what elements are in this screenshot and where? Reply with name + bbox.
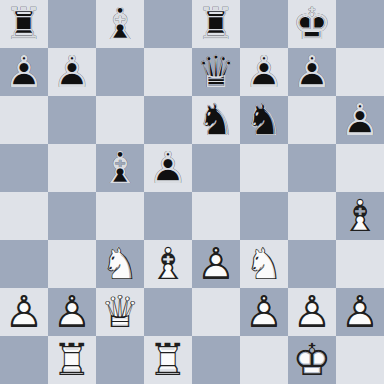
square-d3[interactable]: ♝♗ [144, 240, 192, 288]
knight-glyph-fill: ♞ [96, 240, 144, 288]
square-b6[interactable] [48, 96, 96, 144]
piece-white-king[interactable]: ♚♔ [288, 336, 336, 384]
pawn-glyph-outline: ♙ [0, 48, 48, 96]
square-h8[interactable] [336, 0, 384, 48]
bishop-glyph-fill: ♝ [144, 240, 192, 288]
chess-board: ♜♖♝♗♜♖♚♔♟♙♟♙♛♕♟♙♟♙♞♘♞♘♟♙♝♗♟♙♝♗♞♘♝♗♟♙♞♘♟♙… [0, 0, 384, 384]
pawn-glyph-outline: ♙ [288, 48, 336, 96]
pawn-glyph-fill: ♟ [288, 48, 336, 96]
square-h2[interactable]: ♟♙ [336, 288, 384, 336]
king-glyph-outline: ♔ [288, 0, 336, 48]
bishop-glyph-outline: ♗ [144, 240, 192, 288]
square-c7[interactable] [96, 48, 144, 96]
square-a4[interactable] [0, 192, 48, 240]
square-b1[interactable]: ♜♖ [48, 336, 96, 384]
square-f7[interactable]: ♟♙ [240, 48, 288, 96]
pawn-glyph-outline: ♙ [192, 240, 240, 288]
pawn-glyph-fill: ♟ [144, 144, 192, 192]
pawn-glyph-outline: ♙ [144, 144, 192, 192]
square-d7[interactable] [144, 48, 192, 96]
piece-black-king[interactable]: ♚♔ [288, 0, 336, 48]
pawn-glyph-fill: ♟ [48, 288, 96, 336]
square-c4[interactable] [96, 192, 144, 240]
square-f2[interactable]: ♟♙ [240, 288, 288, 336]
square-e8[interactable]: ♜♖ [192, 0, 240, 48]
square-d4[interactable] [144, 192, 192, 240]
square-h7[interactable] [336, 48, 384, 96]
square-b4[interactable] [48, 192, 96, 240]
square-f8[interactable] [240, 0, 288, 48]
square-d8[interactable] [144, 0, 192, 48]
piece-white-pawn[interactable]: ♟♙ [0, 288, 48, 336]
rook-glyph-fill: ♜ [144, 336, 192, 384]
square-c1[interactable] [96, 336, 144, 384]
square-d2[interactable] [144, 288, 192, 336]
pawn-glyph-fill: ♟ [48, 48, 96, 96]
square-b3[interactable] [48, 240, 96, 288]
square-e1[interactable] [192, 336, 240, 384]
pawn-glyph-fill: ♟ [240, 48, 288, 96]
bishop-glyph-fill: ♝ [336, 192, 384, 240]
piece-white-rook[interactable]: ♜♖ [144, 336, 192, 384]
square-c5[interactable]: ♝♗ [96, 144, 144, 192]
king-glyph-fill: ♚ [288, 0, 336, 48]
piece-black-rook[interactable]: ♜♖ [192, 0, 240, 48]
piece-white-pawn[interactable]: ♟♙ [192, 240, 240, 288]
square-g5[interactable] [288, 144, 336, 192]
pawn-glyph-outline: ♙ [240, 288, 288, 336]
square-h5[interactable] [336, 144, 384, 192]
square-a6[interactable] [0, 96, 48, 144]
piece-black-pawn[interactable]: ♟♙ [288, 48, 336, 96]
piece-black-pawn[interactable]: ♟♙ [48, 48, 96, 96]
square-d1[interactable]: ♜♖ [144, 336, 192, 384]
square-b8[interactable] [48, 0, 96, 48]
square-g7[interactable]: ♟♙ [288, 48, 336, 96]
piece-black-knight[interactable]: ♞♘ [192, 96, 240, 144]
square-c2[interactable]: ♛♕ [96, 288, 144, 336]
piece-white-rook[interactable]: ♜♖ [48, 336, 96, 384]
pawn-glyph-outline: ♙ [336, 96, 384, 144]
square-h4[interactable]: ♝♗ [336, 192, 384, 240]
pawn-glyph-outline: ♙ [48, 48, 96, 96]
knight-glyph-fill: ♞ [240, 240, 288, 288]
pawn-glyph-outline: ♙ [0, 288, 48, 336]
piece-black-pawn[interactable]: ♟♙ [0, 48, 48, 96]
square-a8[interactable]: ♜♖ [0, 0, 48, 48]
square-a2[interactable]: ♟♙ [0, 288, 48, 336]
square-e3[interactable]: ♟♙ [192, 240, 240, 288]
square-e4[interactable] [192, 192, 240, 240]
knight-glyph-outline: ♘ [240, 96, 288, 144]
piece-black-pawn[interactable]: ♟♙ [144, 144, 192, 192]
queen-glyph-outline: ♕ [192, 48, 240, 96]
pawn-glyph-outline: ♙ [336, 288, 384, 336]
square-c6[interactable] [96, 96, 144, 144]
bishop-glyph-outline: ♗ [336, 192, 384, 240]
pawn-glyph-fill: ♟ [240, 288, 288, 336]
square-f5[interactable] [240, 144, 288, 192]
rook-glyph-outline: ♖ [0, 0, 48, 48]
piece-white-pawn[interactable]: ♟♙ [48, 288, 96, 336]
square-f1[interactable] [240, 336, 288, 384]
square-e2[interactable] [192, 288, 240, 336]
piece-white-knight[interactable]: ♞♘ [240, 240, 288, 288]
queen-glyph-fill: ♛ [96, 288, 144, 336]
pawn-glyph-fill: ♟ [288, 288, 336, 336]
square-b7[interactable]: ♟♙ [48, 48, 96, 96]
square-h3[interactable] [336, 240, 384, 288]
square-f6[interactable]: ♞♘ [240, 96, 288, 144]
square-d6[interactable] [144, 96, 192, 144]
rook-glyph-outline: ♖ [192, 0, 240, 48]
square-e7[interactable]: ♛♕ [192, 48, 240, 96]
square-e5[interactable] [192, 144, 240, 192]
pawn-glyph-outline: ♙ [48, 288, 96, 336]
bishop-glyph-fill: ♝ [96, 144, 144, 192]
knight-glyph-fill: ♞ [240, 96, 288, 144]
square-d5[interactable]: ♟♙ [144, 144, 192, 192]
pawn-glyph-fill: ♟ [0, 288, 48, 336]
knight-glyph-fill: ♞ [192, 96, 240, 144]
square-g2[interactable]: ♟♙ [288, 288, 336, 336]
piece-black-bishop[interactable]: ♝♗ [96, 144, 144, 192]
pawn-glyph-fill: ♟ [0, 48, 48, 96]
bishop-glyph-fill: ♝ [96, 0, 144, 48]
piece-black-pawn[interactable]: ♟♙ [240, 48, 288, 96]
square-b2[interactable]: ♟♙ [48, 288, 96, 336]
square-a1[interactable] [0, 336, 48, 384]
queen-glyph-fill: ♛ [192, 48, 240, 96]
queen-glyph-outline: ♕ [96, 288, 144, 336]
piece-white-bishop[interactable]: ♝♗ [144, 240, 192, 288]
king-glyph-fill: ♚ [288, 336, 336, 384]
piece-white-queen[interactable]: ♛♕ [96, 288, 144, 336]
knight-glyph-outline: ♘ [240, 240, 288, 288]
piece-black-rook[interactable]: ♜♖ [0, 0, 48, 48]
square-h1[interactable] [336, 336, 384, 384]
pawn-glyph-outline: ♙ [288, 288, 336, 336]
square-g4[interactable] [288, 192, 336, 240]
pawn-glyph-outline: ♙ [240, 48, 288, 96]
pawn-glyph-fill: ♟ [192, 240, 240, 288]
piece-black-pawn[interactable]: ♟♙ [336, 96, 384, 144]
piece-white-pawn[interactable]: ♟♙ [336, 288, 384, 336]
knight-glyph-outline: ♘ [96, 240, 144, 288]
pawn-glyph-fill: ♟ [336, 288, 384, 336]
rook-glyph-outline: ♖ [144, 336, 192, 384]
square-c3[interactable]: ♞♘ [96, 240, 144, 288]
chess-board-container: ♜♖♝♗♜♖♚♔♟♙♟♙♛♕♟♙♟♙♞♘♞♘♟♙♝♗♟♙♝♗♞♘♝♗♟♙♞♘♟♙… [0, 0, 384, 384]
rook-glyph-outline: ♖ [48, 336, 96, 384]
bishop-glyph-outline: ♗ [96, 144, 144, 192]
rook-glyph-fill: ♜ [192, 0, 240, 48]
square-g1[interactable]: ♚♔ [288, 336, 336, 384]
knight-glyph-outline: ♘ [192, 96, 240, 144]
rook-glyph-fill: ♜ [0, 0, 48, 48]
king-glyph-outline: ♔ [288, 336, 336, 384]
square-e6[interactable]: ♞♘ [192, 96, 240, 144]
square-f3[interactable]: ♞♘ [240, 240, 288, 288]
square-g6[interactable] [288, 96, 336, 144]
square-h6[interactable]: ♟♙ [336, 96, 384, 144]
piece-black-knight[interactable]: ♞♘ [240, 96, 288, 144]
piece-black-bishop[interactable]: ♝♗ [96, 0, 144, 48]
square-c8[interactable]: ♝♗ [96, 0, 144, 48]
pawn-glyph-fill: ♟ [336, 96, 384, 144]
square-a5[interactable] [0, 144, 48, 192]
square-g8[interactable]: ♚♔ [288, 0, 336, 48]
square-f4[interactable] [240, 192, 288, 240]
piece-white-pawn[interactable]: ♟♙ [240, 288, 288, 336]
piece-black-queen[interactable]: ♛♕ [192, 48, 240, 96]
square-a3[interactable] [0, 240, 48, 288]
rook-glyph-fill: ♜ [48, 336, 96, 384]
square-g3[interactable] [288, 240, 336, 288]
piece-white-pawn[interactable]: ♟♙ [288, 288, 336, 336]
square-a7[interactable]: ♟♙ [0, 48, 48, 96]
piece-white-knight[interactable]: ♞♘ [96, 240, 144, 288]
bishop-glyph-outline: ♗ [96, 0, 144, 48]
square-b5[interactable] [48, 144, 96, 192]
piece-white-bishop[interactable]: ♝♗ [336, 192, 384, 240]
